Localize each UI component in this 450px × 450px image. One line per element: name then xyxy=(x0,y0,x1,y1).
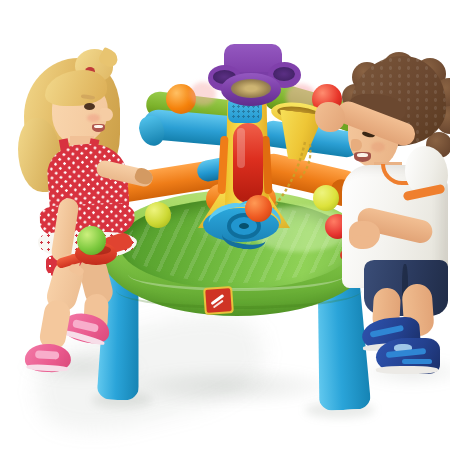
shoe-stripe xyxy=(386,348,426,358)
girl-eye xyxy=(84,103,95,110)
boy-cheek xyxy=(371,142,385,152)
brand-badge xyxy=(203,286,234,315)
shoe-sole xyxy=(376,366,438,374)
product-photo-scene xyxy=(0,0,450,450)
girl-teeth xyxy=(94,125,103,128)
ball-lime-right-track-end xyxy=(313,185,339,211)
purple-funnel-ring xyxy=(221,73,281,106)
boy-mouth xyxy=(354,152,371,162)
connector-holes xyxy=(231,104,259,118)
ball-orange-red-on-spinner xyxy=(245,195,272,222)
funnel-ring-hole xyxy=(231,79,271,98)
shoe-strap xyxy=(72,319,99,333)
girl-blush xyxy=(87,114,100,122)
shoe-stripe xyxy=(402,359,432,364)
boy-nose xyxy=(351,139,362,151)
tube-highlight xyxy=(237,128,245,168)
boy-fist xyxy=(315,102,345,132)
girl-nose xyxy=(100,108,113,121)
girl-shoe-near xyxy=(24,343,71,373)
boy-shoe-front xyxy=(376,338,440,374)
basin-wave-line xyxy=(150,296,320,320)
purple-cup-hole xyxy=(273,67,295,81)
spinner-hub-hole xyxy=(239,223,249,229)
boy-teeth xyxy=(357,153,368,157)
shoe-strap xyxy=(35,350,59,359)
girl-mouth xyxy=(92,124,105,132)
ball-lime-floating xyxy=(145,202,171,228)
shoe-stripe xyxy=(370,325,405,338)
ball-green-in-scoop xyxy=(77,226,106,255)
